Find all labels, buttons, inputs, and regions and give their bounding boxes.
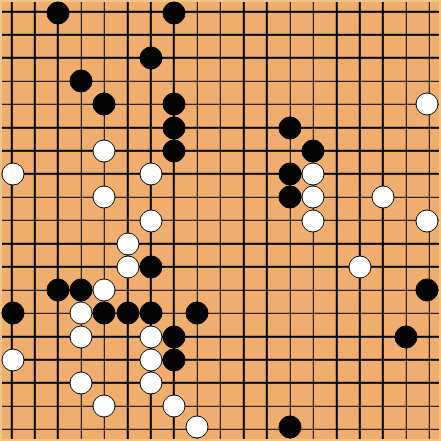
white-stone[interactable] <box>116 255 139 278</box>
white-stone[interactable] <box>302 186 325 209</box>
black-stone[interactable] <box>416 279 439 302</box>
white-stone[interactable] <box>116 232 139 255</box>
black-stone[interactable] <box>139 255 162 278</box>
black-stone[interactable] <box>93 302 116 325</box>
black-stone[interactable] <box>163 348 186 371</box>
white-stone[interactable] <box>163 395 186 418</box>
white-stone[interactable] <box>348 255 371 278</box>
black-stone[interactable] <box>302 139 325 162</box>
white-stone[interactable] <box>139 371 162 394</box>
black-stone[interactable] <box>93 93 116 116</box>
white-stone[interactable] <box>139 325 162 348</box>
black-stone[interactable] <box>163 93 186 116</box>
black-stone[interactable] <box>47 279 70 302</box>
black-stone[interactable] <box>279 416 302 439</box>
white-stone[interactable] <box>93 139 116 162</box>
black-stone[interactable] <box>163 2 186 25</box>
white-stone[interactable] <box>70 371 93 394</box>
white-stone[interactable] <box>139 348 162 371</box>
black-stone[interactable] <box>163 325 186 348</box>
black-stone[interactable] <box>279 186 302 209</box>
white-stone[interactable] <box>416 209 439 232</box>
black-stone[interactable] <box>2 302 25 325</box>
black-stone[interactable] <box>139 47 162 70</box>
white-stone[interactable] <box>93 186 116 209</box>
black-stone[interactable] <box>139 302 162 325</box>
go-board[interactable] <box>0 0 441 441</box>
black-stone[interactable] <box>279 116 302 139</box>
white-stone[interactable] <box>302 163 325 186</box>
black-stone[interactable] <box>163 116 186 139</box>
white-stone[interactable] <box>93 395 116 418</box>
white-stone[interactable] <box>70 302 93 325</box>
white-stone[interactable] <box>2 163 25 186</box>
black-stone[interactable] <box>70 279 93 302</box>
black-stone[interactable] <box>70 70 93 93</box>
white-stone[interactable] <box>139 163 162 186</box>
white-stone[interactable] <box>93 279 116 302</box>
board-grid <box>0 0 441 441</box>
white-stone[interactable] <box>302 209 325 232</box>
black-stone[interactable] <box>279 163 302 186</box>
white-stone[interactable] <box>139 209 162 232</box>
black-stone[interactable] <box>116 302 139 325</box>
black-stone[interactable] <box>395 325 418 348</box>
white-stone[interactable] <box>416 93 439 116</box>
black-stone[interactable] <box>47 2 70 25</box>
black-stone[interactable] <box>186 302 209 325</box>
black-stone[interactable] <box>163 139 186 162</box>
white-stone[interactable] <box>2 348 25 371</box>
white-stone[interactable] <box>186 416 209 439</box>
white-stone[interactable] <box>371 186 394 209</box>
white-stone[interactable] <box>70 325 93 348</box>
go-game-screenshot <box>0 0 441 441</box>
